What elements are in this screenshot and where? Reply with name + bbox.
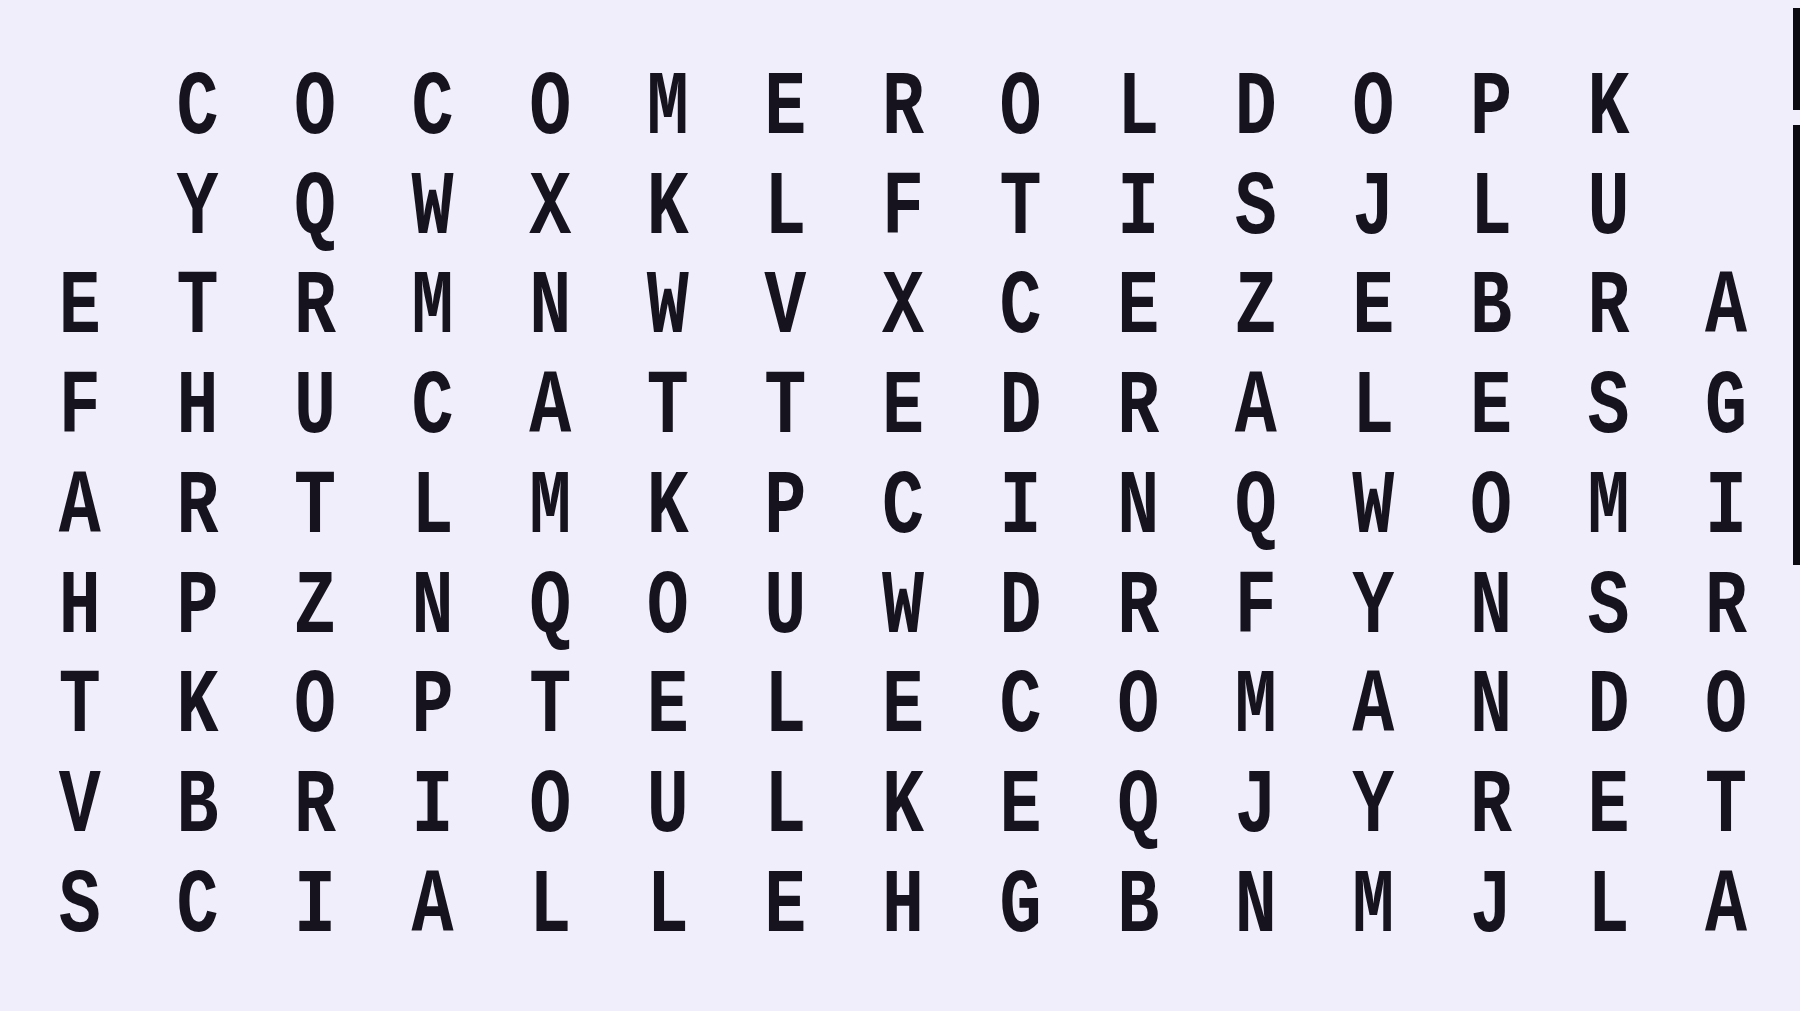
cell-letter: A [529,364,571,455]
grid-cell[interactable]: L [1079,60,1197,160]
grid-cell[interactable]: J [1315,160,1433,260]
cell-letter: S [1588,364,1630,455]
grid-cell[interactable]: T [491,659,609,759]
grid-cell[interactable]: F [21,359,139,459]
cell-letter: P [412,663,454,754]
cell-letter: Z [1235,264,1277,355]
grid-cell[interactable]: E [1550,758,1668,858]
grid-cell-empty [1667,160,1785,260]
grid-cell[interactable]: T [727,359,845,459]
grid-cell[interactable]: E [609,659,727,759]
grid-cell[interactable]: A [1667,260,1785,360]
cell-letter: V [59,763,101,854]
cell-letter: X [529,164,571,255]
cell-letter: R [294,763,336,854]
cell-letter: A [1235,364,1277,455]
grid-cell[interactable]: A [21,459,139,559]
cell-letter: Q [1235,463,1277,554]
grid-cell[interactable]: N [374,559,492,659]
cell-letter: S [1235,164,1277,255]
cell-letter: H [882,862,924,953]
grid-cell[interactable]: Y [139,160,257,260]
grid-cell[interactable]: G [962,858,1080,958]
grid-cell[interactable]: K [1550,60,1668,160]
cell-letter: E [1588,763,1630,854]
grid-cell[interactable]: U [727,559,845,659]
cell-letter: K [882,763,924,854]
grid-cell[interactable]: R [1667,559,1785,659]
cell-letter: I [1000,463,1042,554]
grid-cell[interactable]: Y [1315,758,1433,858]
scrollbar-thumb[interactable] [1793,125,1800,565]
grid-cell[interactable]: O [1432,459,1550,559]
cell-letter: B [176,763,218,854]
cell-letter: L [764,164,806,255]
grid-cell[interactable]: W [374,160,492,260]
grid-cell[interactable]: M [1550,459,1668,559]
grid-cell[interactable]: O [962,60,1080,160]
grid-cell-empty [21,60,139,160]
cell-letter: K [176,663,218,754]
grid-cell[interactable]: E [1315,260,1433,360]
cell-letter: F [59,364,101,455]
cell-letter: R [1117,364,1159,455]
cell-letter: L [1352,364,1394,455]
word-search-grid: COCOMEROLDOPKYQWXKLFTISJLUETRMNWVXCEZEBR… [21,60,1785,958]
grid-cell[interactable]: L [1315,359,1433,459]
cell-letter: I [412,763,454,854]
cell-letter: D [1000,364,1042,455]
cell-letter: J [1235,763,1277,854]
cell-letter: F [1235,563,1277,654]
cell-letter: O [529,64,571,155]
grid-cell[interactable]: K [139,659,257,759]
grid-cell-empty [21,160,139,260]
cell-letter: T [176,264,218,355]
grid-cell[interactable]: T [609,359,727,459]
grid-cell[interactable]: K [609,160,727,260]
grid-cell[interactable]: W [609,260,727,360]
cell-letter: E [764,862,806,953]
cell-letter: P [764,463,806,554]
grid-cell[interactable]: E [962,758,1080,858]
grid-cell[interactable]: O [256,659,374,759]
cell-letter: W [412,164,454,255]
cell-letter: R [1705,563,1747,654]
grid-cell[interactable]: C [962,659,1080,759]
cell-letter: I [1705,463,1747,554]
cell-letter: O [1352,64,1394,155]
cell-letter: D [1588,663,1630,754]
cell-letter: M [1235,663,1277,754]
cell-letter: K [1588,64,1630,155]
cell-letter: M [529,463,571,554]
cell-letter: K [647,463,689,554]
grid-cell[interactable]: L [374,459,492,559]
grid-cell[interactable]: O [1079,659,1197,759]
grid-cell[interactable]: S [1550,559,1668,659]
grid-cell[interactable]: E [21,260,139,360]
cell-letter: L [1588,862,1630,953]
grid-cell[interactable]: M [609,60,727,160]
grid-cell[interactable]: N [1432,559,1550,659]
cell-letter: B [1117,862,1159,953]
grid-cell[interactable]: R [139,459,257,559]
grid-cell[interactable]: R [256,758,374,858]
grid-cell[interactable]: P [1432,60,1550,160]
grid-cell[interactable]: L [727,160,845,260]
cell-letter: X [882,264,924,355]
cell-letter: E [1117,264,1159,355]
grid-cell[interactable]: N [1079,459,1197,559]
cell-letter: W [1352,463,1394,554]
cell-letter: T [647,364,689,455]
cell-letter: W [882,563,924,654]
grid-cell[interactable]: Q [256,160,374,260]
cell-letter: U [764,563,806,654]
cell-letter: P [176,563,218,654]
cell-letter: R [1470,763,1512,854]
cell-letter: O [1117,663,1159,754]
grid-cell-empty [1667,60,1785,160]
cell-letter: E [647,663,689,754]
grid-cell[interactable]: N [491,260,609,360]
grid-cell[interactable]: L [727,758,845,858]
grid-cell[interactable]: D [962,559,1080,659]
cell-letter: B [1470,264,1512,355]
cell-letter: C [882,463,924,554]
grid-cell[interactable]: L [1550,858,1668,958]
cell-letter: O [1705,663,1747,754]
grid-cell[interactable]: H [844,858,962,958]
grid-cell[interactable]: V [727,260,845,360]
cell-letter: N [529,264,571,355]
cell-letter: P [1470,64,1512,155]
grid-cell[interactable]: Q [1079,758,1197,858]
cell-letter: R [176,463,218,554]
grid-cell[interactable]: K [844,758,962,858]
cell-letter: T [59,663,101,754]
grid-cell[interactable]: J [1432,858,1550,958]
grid-cell[interactable]: T [256,459,374,559]
cell-letter: L [412,463,454,554]
grid-cell[interactable]: U [1550,160,1668,260]
cell-letter: E [59,264,101,355]
grid-cell[interactable]: R [1432,758,1550,858]
grid-cell[interactable]: I [1667,459,1785,559]
grid-cell[interactable]: E [1432,359,1550,459]
grid-cell[interactable]: C [374,60,492,160]
cell-letter: G [1000,862,1042,953]
grid-cell[interactable]: M [1197,659,1315,759]
cell-letter: L [764,663,806,754]
cell-letter: I [294,862,336,953]
cell-letter: E [882,364,924,455]
cell-letter: T [529,663,571,754]
grid-cell[interactable]: E [727,60,845,160]
grid-cell[interactable]: C [139,60,257,160]
cell-letter: R [882,64,924,155]
cell-letter: O [1470,463,1512,554]
grid-cell[interactable]: T [139,260,257,360]
grid-cell[interactable]: J [1197,758,1315,858]
grid-cell[interactable]: O [609,559,727,659]
grid-cell[interactable]: X [491,160,609,260]
grid-cell[interactable]: D [962,359,1080,459]
cell-letter: N [412,563,454,654]
grid-cell[interactable]: R [1079,359,1197,459]
cell-letter: G [1705,364,1747,455]
cell-letter: Q [529,563,571,654]
grid-cell[interactable]: B [1432,260,1550,360]
cell-letter: O [1000,64,1042,155]
grid-cell[interactable]: A [1667,858,1785,958]
cell-letter: H [59,563,101,654]
grid-cell[interactable]: U [609,758,727,858]
cell-letter: F [882,164,924,255]
cell-letter: L [1470,164,1512,255]
cell-letter: Y [1352,763,1394,854]
grid-cell[interactable]: F [1197,559,1315,659]
grid-cell[interactable]: T [1667,758,1785,858]
cell-letter: E [764,64,806,155]
grid-cell[interactable]: D [1197,60,1315,160]
cell-letter: U [647,763,689,854]
grid-cell[interactable]: U [256,359,374,459]
cell-letter: L [647,862,689,953]
grid-cell[interactable]: Z [1197,260,1315,360]
cell-letter: U [294,364,336,455]
grid-cell[interactable]: A [1197,359,1315,459]
grid-cell[interactable]: D [1550,659,1668,759]
cell-letter: C [412,364,454,455]
grid-cell[interactable]: A [491,359,609,459]
cell-letter: T [764,364,806,455]
grid-cell[interactable]: P [727,459,845,559]
cell-letter: R [294,264,336,355]
grid-cell[interactable]: O [1667,659,1785,759]
cell-letter: R [1588,264,1630,355]
cell-letter: O [647,563,689,654]
grid-cell[interactable]: B [1079,858,1197,958]
cell-letter: J [1352,164,1394,255]
cell-letter: N [1470,563,1512,654]
grid-cell[interactable]: W [1315,459,1433,559]
grid-cell[interactable]: O [491,60,609,160]
grid-cell[interactable]: O [491,758,609,858]
cell-letter: I [1117,164,1159,255]
grid-cell[interactable]: I [256,858,374,958]
grid-cell[interactable]: E [727,858,845,958]
grid-cell[interactable]: A [1315,659,1433,759]
cell-letter: Z [294,563,336,654]
cell-letter: H [176,364,218,455]
cell-letter: N [1470,663,1512,754]
grid-cell[interactable]: C [962,260,1080,360]
grid-cell[interactable]: B [139,758,257,858]
cell-letter: Q [294,164,336,255]
grid-cell[interactable]: I [1079,160,1197,260]
grid-cell[interactable]: A [374,858,492,958]
cell-letter: E [1470,364,1512,455]
grid-cell[interactable]: X [844,260,962,360]
cell-letter: L [1117,64,1159,155]
cell-letter: L [764,763,806,854]
cell-letter: E [1352,264,1394,355]
grid-cell[interactable]: P [139,559,257,659]
grid-cell[interactable]: L [491,858,609,958]
grid-cell[interactable]: P [374,659,492,759]
cell-letter: R [1117,563,1159,654]
cell-letter: Y [1352,563,1394,654]
grid-cell[interactable]: S [21,858,139,958]
grid-cell[interactable]: T [21,659,139,759]
grid-cell[interactable]: K [609,459,727,559]
grid-cell[interactable]: R [256,260,374,360]
grid-cell[interactable]: E [844,359,962,459]
cell-letter: A [59,463,101,554]
cell-letter: T [294,463,336,554]
grid-cell[interactable]: E [1079,260,1197,360]
grid-cell[interactable]: O [256,60,374,160]
grid-cell[interactable]: R [844,60,962,160]
grid-cell[interactable]: H [139,359,257,459]
grid-cell[interactable]: E [844,659,962,759]
cell-letter: L [529,862,571,953]
cell-letter: M [647,64,689,155]
grid-cell[interactable]: I [374,758,492,858]
cell-letter: T [1000,164,1042,255]
cell-letter: J [1470,862,1512,953]
cell-letter: Y [176,164,218,255]
cell-letter: K [647,164,689,255]
grid-cell[interactable]: N [1197,858,1315,958]
cell-letter: S [1588,563,1630,654]
cell-letter: C [412,64,454,155]
cell-letter: O [529,763,571,854]
cell-letter: C [176,64,218,155]
grid-cell[interactable]: L [1432,160,1550,260]
grid-cell[interactable]: S [1550,359,1668,459]
grid-cell[interactable]: T [962,160,1080,260]
cell-letter: U [1588,164,1630,255]
cell-letter: A [1352,663,1394,754]
cell-letter: T [1705,763,1747,854]
cell-letter: M [1588,463,1630,554]
grid-cell[interactable]: S [1197,160,1315,260]
cell-letter: A [1705,862,1747,953]
grid-cell[interactable]: Y [1315,559,1433,659]
grid-cell[interactable]: M [374,260,492,360]
cell-letter: S [59,862,101,953]
grid-cell[interactable]: L [727,659,845,759]
cell-letter: D [1235,64,1277,155]
cell-letter: A [1705,264,1747,355]
cell-letter: D [1000,563,1042,654]
cell-letter: M [412,264,454,355]
cell-letter: O [294,64,336,155]
cell-letter: N [1235,862,1277,953]
cell-letter: M [1352,862,1394,953]
grid-cell[interactable]: H [21,559,139,659]
grid-cell[interactable]: L [609,858,727,958]
grid-cell[interactable]: Q [1197,459,1315,559]
grid-cell[interactable]: M [1315,858,1433,958]
grid-cell[interactable]: V [21,758,139,858]
cell-letter: O [294,663,336,754]
cell-letter: E [1000,763,1042,854]
cell-letter: W [647,264,689,355]
grid-cell[interactable]: O [1315,60,1433,160]
grid-cell[interactable]: R [1079,559,1197,659]
grid-cell[interactable]: Q [491,559,609,659]
cell-letter: V [764,264,806,355]
grid-cell[interactable]: W [844,559,962,659]
grid-cell[interactable]: N [1432,659,1550,759]
cell-letter: C [176,862,218,953]
grid-cell[interactable]: C [139,858,257,958]
grid-cell[interactable]: M [491,459,609,559]
grid-cell[interactable]: C [844,459,962,559]
cell-letter: Q [1117,763,1159,854]
grid-cell[interactable]: C [374,359,492,459]
cell-letter: N [1117,463,1159,554]
cell-letter: E [882,663,924,754]
scrollbar-track-top[interactable] [1793,8,1800,110]
cell-letter: C [1000,264,1042,355]
grid-cell[interactable]: R [1550,260,1668,360]
cell-letter: A [412,862,454,953]
grid-cell[interactable]: I [962,459,1080,559]
cell-letter: C [1000,663,1042,754]
grid-cell[interactable]: G [1667,359,1785,459]
grid-cell[interactable]: F [844,160,962,260]
grid-cell[interactable]: Z [256,559,374,659]
